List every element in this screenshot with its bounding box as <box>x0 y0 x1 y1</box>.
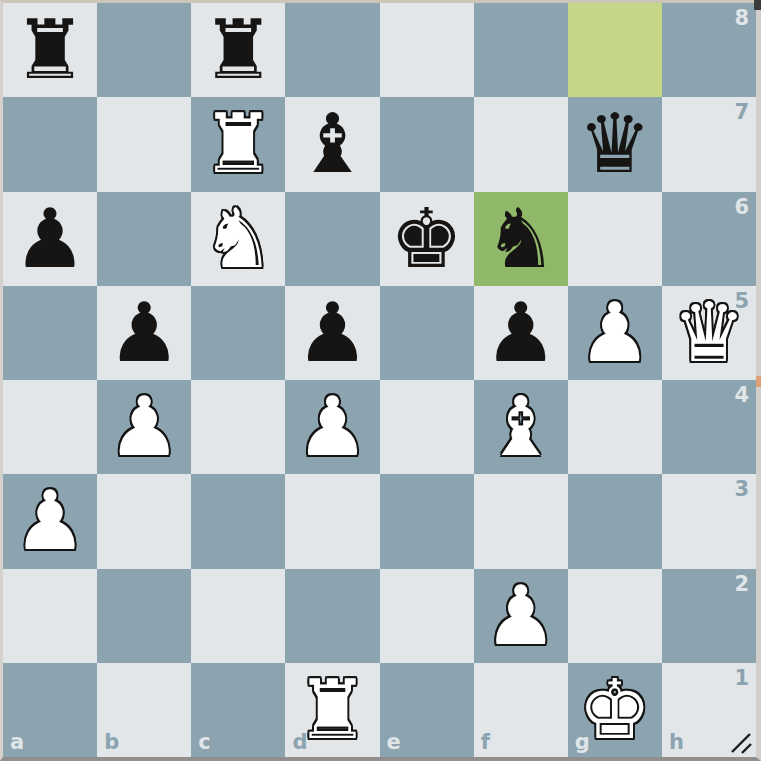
black-pawn[interactable]: ♟ <box>285 286 379 380</box>
square-f5[interactable]: ♟ <box>474 286 568 380</box>
white-rook[interactable]: ♜ <box>191 97 285 191</box>
coord-file-h: h <box>669 730 684 754</box>
square-c6[interactable]: ♞ <box>191 192 285 286</box>
white-pawn[interactable]: ♟ <box>474 569 568 663</box>
coord-rank-1: 1 <box>734 666 749 690</box>
square-b4[interactable]: ♟ <box>97 380 191 474</box>
square-g4[interactable] <box>568 380 662 474</box>
square-d8[interactable] <box>285 3 379 97</box>
square-a6[interactable]: ♟ <box>3 192 97 286</box>
window-edge-notch <box>754 0 761 10</box>
square-c4[interactable] <box>191 380 285 474</box>
coord-file-b: b <box>104 730 119 754</box>
square-a5[interactable] <box>3 286 97 380</box>
black-bishop[interactable]: ♝ <box>285 97 379 191</box>
black-pawn[interactable]: ♟ <box>3 192 97 286</box>
black-rook[interactable]: ♜ <box>191 3 285 97</box>
black-pawn[interactable]: ♟ <box>97 286 191 380</box>
square-b8[interactable] <box>97 3 191 97</box>
square-g5[interactable]: ♟ <box>568 286 662 380</box>
square-h5[interactable]: 5♛ <box>662 286 756 380</box>
square-f1[interactable]: f <box>474 663 568 757</box>
square-f2[interactable]: ♟ <box>474 569 568 663</box>
coord-rank-3: 3 <box>734 477 749 501</box>
coord-file-e: e <box>387 730 401 754</box>
black-knight[interactable]: ♞ <box>474 192 568 286</box>
square-a7[interactable] <box>3 97 97 191</box>
square-g8[interactable] <box>568 3 662 97</box>
square-c3[interactable] <box>191 474 285 568</box>
square-d7[interactable]: ♝ <box>285 97 379 191</box>
square-f6[interactable]: ♞ <box>474 192 568 286</box>
white-knight[interactable]: ♞ <box>191 192 285 286</box>
coord-file-a: a <box>10 730 24 754</box>
square-g7[interactable]: ♛ <box>568 97 662 191</box>
square-f8[interactable] <box>474 3 568 97</box>
square-e5[interactable] <box>380 286 474 380</box>
square-d3[interactable] <box>285 474 379 568</box>
board-resize-handle[interactable] <box>730 732 752 754</box>
coord-rank-8: 8 <box>734 6 749 30</box>
square-e7[interactable] <box>380 97 474 191</box>
black-king[interactable]: ♚ <box>380 192 474 286</box>
white-bishop[interactable]: ♝ <box>474 380 568 474</box>
white-pawn[interactable]: ♟ <box>3 474 97 568</box>
coord-file-f: f <box>481 730 490 754</box>
square-f3[interactable] <box>474 474 568 568</box>
resize-icon <box>730 732 752 754</box>
square-c8[interactable]: ♜ <box>191 3 285 97</box>
coord-rank-6: 6 <box>734 195 749 219</box>
square-b7[interactable] <box>97 97 191 191</box>
square-h3[interactable]: 3 <box>662 474 756 568</box>
chess-board: ♜♜8♜♝♛7♟♞♚♞6♟♟♟♟5♛♟♟♝4♟3♟2abcd♜efg♚h1 <box>3 3 756 757</box>
coord-file-c: c <box>198 730 210 754</box>
window-edge-sliver <box>756 376 761 387</box>
square-e6[interactable]: ♚ <box>380 192 474 286</box>
square-b6[interactable] <box>97 192 191 286</box>
square-g3[interactable] <box>568 474 662 568</box>
square-h6[interactable]: 6 <box>662 192 756 286</box>
black-pawn[interactable]: ♟ <box>474 286 568 380</box>
square-c1[interactable]: c <box>191 663 285 757</box>
square-b3[interactable] <box>97 474 191 568</box>
square-a4[interactable] <box>3 380 97 474</box>
square-h7[interactable]: 7 <box>662 97 756 191</box>
white-king[interactable]: ♚ <box>568 663 662 757</box>
square-a1[interactable]: a <box>3 663 97 757</box>
square-f4[interactable]: ♝ <box>474 380 568 474</box>
white-pawn[interactable]: ♟ <box>568 286 662 380</box>
square-b5[interactable]: ♟ <box>97 286 191 380</box>
square-d1[interactable]: d♜ <box>285 663 379 757</box>
square-a2[interactable] <box>3 569 97 663</box>
coord-rank-7: 7 <box>734 100 749 124</box>
square-g1[interactable]: g♚ <box>568 663 662 757</box>
square-a8[interactable]: ♜ <box>3 3 97 97</box>
square-c7[interactable]: ♜ <box>191 97 285 191</box>
board-frame: ♜♜8♜♝♛7♟♞♚♞6♟♟♟♟5♛♟♟♝4♟3♟2abcd♜efg♚h1 <box>0 0 761 761</box>
square-c2[interactable] <box>191 569 285 663</box>
square-h2[interactable]: 2 <box>662 569 756 663</box>
square-b1[interactable]: b <box>97 663 191 757</box>
square-a3[interactable]: ♟ <box>3 474 97 568</box>
white-pawn[interactable]: ♟ <box>285 380 379 474</box>
square-g6[interactable] <box>568 192 662 286</box>
white-rook[interactable]: ♜ <box>285 663 379 757</box>
square-d2[interactable] <box>285 569 379 663</box>
square-e3[interactable] <box>380 474 474 568</box>
square-g2[interactable] <box>568 569 662 663</box>
white-queen[interactable]: ♛ <box>662 286 756 380</box>
coord-rank-2: 2 <box>734 572 749 596</box>
coord-rank-4: 4 <box>734 383 749 407</box>
black-rook[interactable]: ♜ <box>3 3 97 97</box>
square-e1[interactable]: e <box>380 663 474 757</box>
square-h8[interactable]: 8 <box>662 3 756 97</box>
square-d4[interactable]: ♟ <box>285 380 379 474</box>
square-d5[interactable]: ♟ <box>285 286 379 380</box>
square-b2[interactable] <box>97 569 191 663</box>
square-e8[interactable] <box>380 3 474 97</box>
square-h4[interactable]: 4 <box>662 380 756 474</box>
square-f7[interactable] <box>474 97 568 191</box>
square-e4[interactable] <box>380 380 474 474</box>
square-c5[interactable] <box>191 286 285 380</box>
white-pawn[interactable]: ♟ <box>97 380 191 474</box>
black-queen[interactable]: ♛ <box>568 97 662 191</box>
square-d6[interactable] <box>285 192 379 286</box>
square-e2[interactable] <box>380 569 474 663</box>
